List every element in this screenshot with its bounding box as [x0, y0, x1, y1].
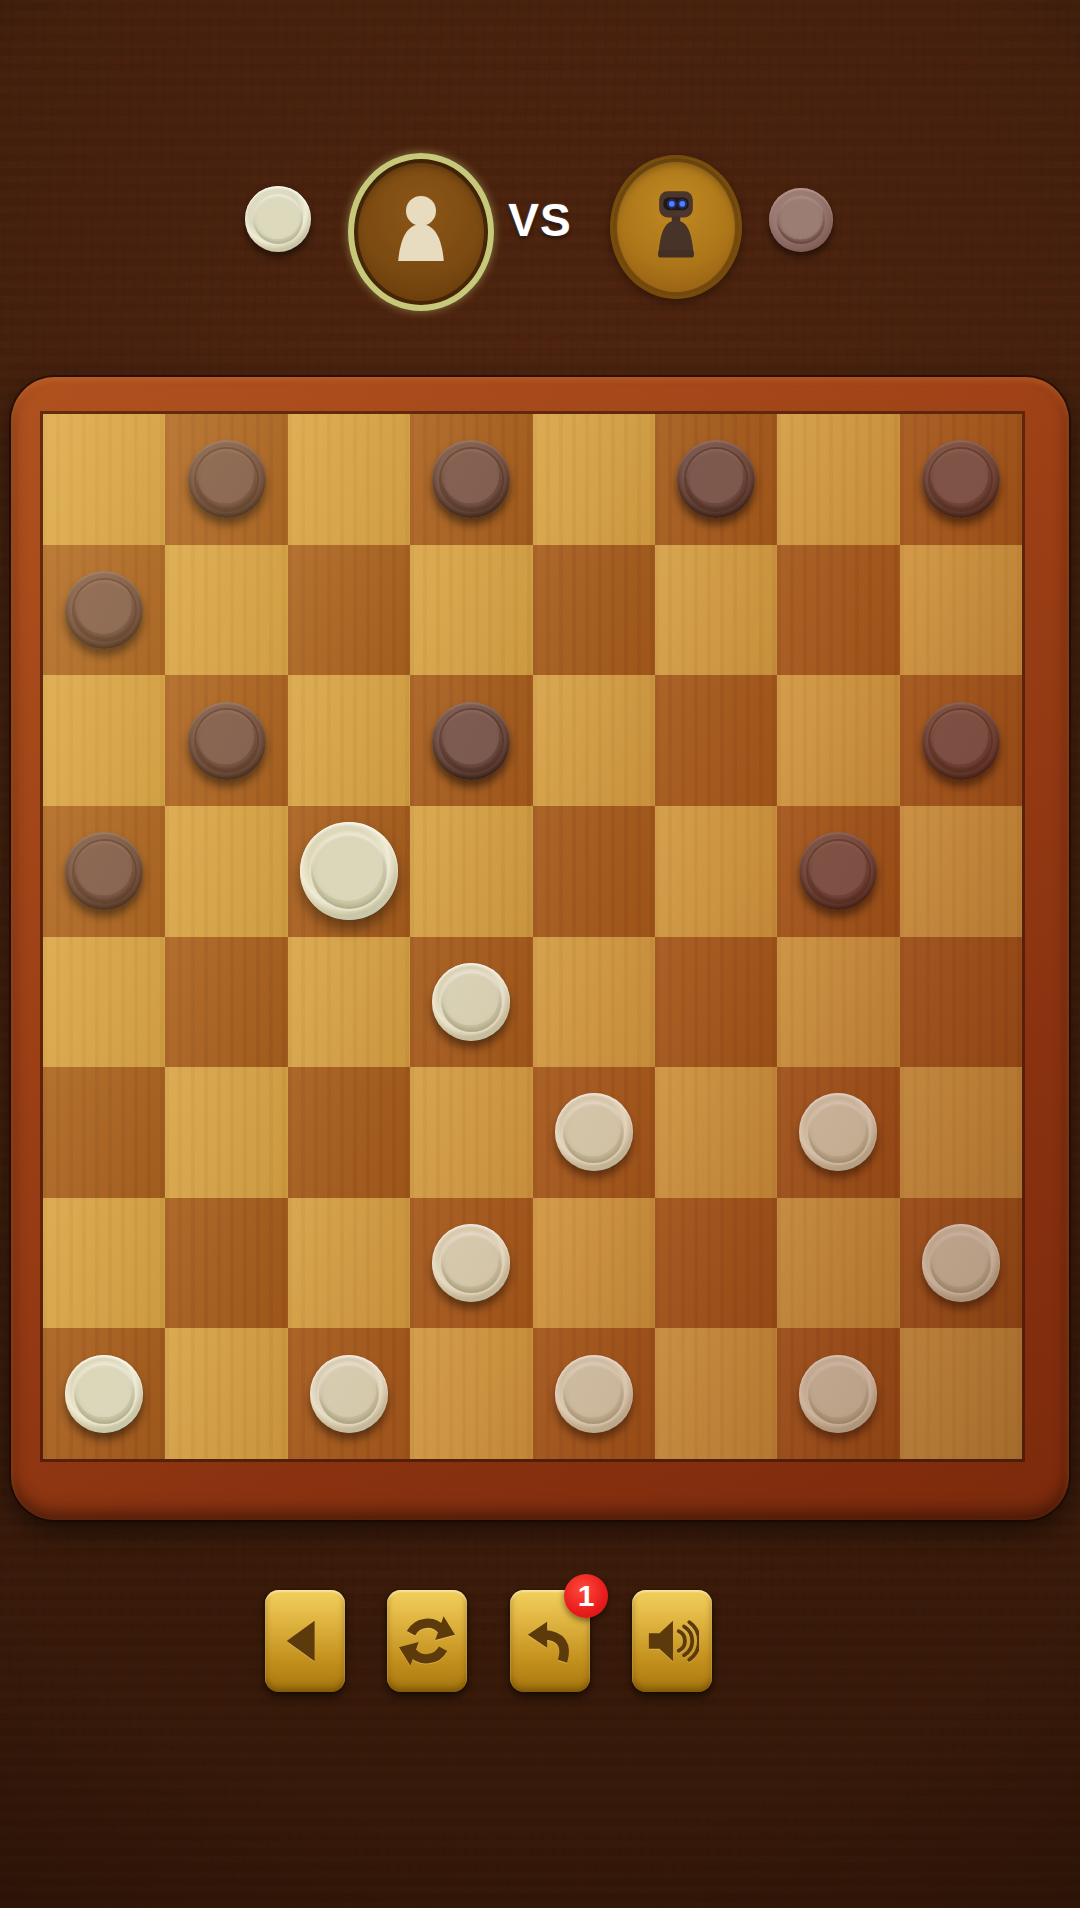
board-cell [410, 1067, 532, 1198]
board-cell [288, 675, 410, 806]
dark-piece[interactable] [65, 571, 143, 649]
board-cell [900, 806, 1022, 937]
board [43, 414, 1022, 1459]
white-piece[interactable] [432, 963, 510, 1041]
board-cell[interactable] [777, 545, 899, 676]
robot-avatar[interactable] [610, 155, 742, 299]
game-screen: VS [0, 0, 1080, 1908]
robot-icon [641, 187, 711, 267]
dark-piece[interactable] [922, 440, 1000, 518]
back-icon [278, 1614, 332, 1668]
board-cell [655, 1067, 777, 1198]
white-piece[interactable] [65, 1355, 143, 1433]
white-piece[interactable] [799, 1093, 877, 1171]
board-cell [43, 1198, 165, 1329]
board-cell[interactable] [655, 1198, 777, 1329]
sound-button[interactable] [632, 1590, 712, 1692]
board-cell[interactable] [900, 937, 1022, 1068]
board-cell [410, 1328, 532, 1459]
board-cell [43, 937, 165, 1068]
board-cell[interactable] [288, 1067, 410, 1198]
dark-checker-token [769, 188, 833, 252]
board-cell[interactable] [288, 806, 410, 937]
dark-piece[interactable] [65, 832, 143, 910]
board-cell [533, 675, 655, 806]
board-cell [410, 806, 532, 937]
restart-button[interactable] [387, 1590, 467, 1692]
board-cell[interactable] [533, 545, 655, 676]
dark-piece[interactable] [188, 702, 266, 780]
board-cell [900, 545, 1022, 676]
board-cell [655, 806, 777, 937]
board-cell[interactable] [165, 937, 287, 1068]
board-cell [777, 414, 899, 545]
board-cell[interactable] [533, 1067, 655, 1198]
board-cell[interactable] [165, 675, 287, 806]
white-piece[interactable] [555, 1093, 633, 1171]
board-cell [533, 1198, 655, 1329]
board-cell [165, 1067, 287, 1198]
board-cell[interactable] [410, 675, 532, 806]
board-cell [533, 937, 655, 1068]
board-cell [165, 545, 287, 676]
white-piece[interactable] [310, 1355, 388, 1433]
board-cell[interactable] [43, 1067, 165, 1198]
restart-icon [398, 1612, 456, 1670]
dark-piece[interactable] [188, 440, 266, 518]
dark-piece[interactable] [432, 702, 510, 780]
board-cell[interactable] [410, 1198, 532, 1329]
white-piece[interactable] [922, 1224, 1000, 1302]
board-cell[interactable] [288, 1328, 410, 1459]
board-cell[interactable] [655, 675, 777, 806]
board-cell [777, 937, 899, 1068]
board-cell[interactable] [43, 1328, 165, 1459]
board-cell [900, 1328, 1022, 1459]
sound-icon [645, 1614, 699, 1668]
board-cell[interactable] [655, 937, 777, 1068]
board-cell[interactable] [655, 414, 777, 545]
board-cell [43, 414, 165, 545]
board-cell[interactable] [43, 806, 165, 937]
board-cell [288, 937, 410, 1068]
vs-label: VS [460, 193, 620, 247]
board-cell [43, 675, 165, 806]
board-cell[interactable] [777, 1067, 899, 1198]
white-checker-token [245, 186, 311, 252]
dark-piece[interactable] [922, 702, 1000, 780]
board-cell[interactable] [533, 1328, 655, 1459]
board-cell [655, 1328, 777, 1459]
board-cell[interactable] [777, 806, 899, 937]
board-cell [410, 545, 532, 676]
board-cell[interactable] [410, 937, 532, 1068]
back-button[interactable] [265, 1590, 345, 1692]
board-cell[interactable] [777, 1328, 899, 1459]
white-piece[interactable] [555, 1355, 633, 1433]
white-piece[interactable] [799, 1355, 877, 1433]
board-cell[interactable] [43, 545, 165, 676]
dark-piece[interactable] [799, 832, 877, 910]
white-piece[interactable] [432, 1224, 510, 1302]
board-cell [165, 1328, 287, 1459]
undo-button[interactable]: 1 [510, 1590, 590, 1692]
board-frame [11, 377, 1069, 1520]
board-cell [777, 1198, 899, 1329]
board-cell [288, 1198, 410, 1329]
board-cell [288, 414, 410, 545]
board-cell [777, 675, 899, 806]
board-cell [900, 1067, 1022, 1198]
board-cell [533, 414, 655, 545]
board-cell[interactable] [288, 545, 410, 676]
undo-icon [523, 1614, 577, 1668]
dark-piece[interactable] [677, 440, 755, 518]
board-cell[interactable] [533, 806, 655, 937]
board-cell[interactable] [900, 675, 1022, 806]
board-cell[interactable] [900, 414, 1022, 545]
board-cell[interactable] [165, 414, 287, 545]
undo-badge: 1 [564, 1574, 608, 1618]
board-cell [655, 545, 777, 676]
person-icon [385, 192, 457, 272]
board-cell[interactable] [165, 1198, 287, 1329]
board-cell[interactable] [900, 1198, 1022, 1329]
dark-piece[interactable] [432, 440, 510, 518]
board-cell[interactable] [410, 414, 532, 545]
white-piece[interactable] [300, 822, 398, 920]
board-cell [165, 806, 287, 937]
